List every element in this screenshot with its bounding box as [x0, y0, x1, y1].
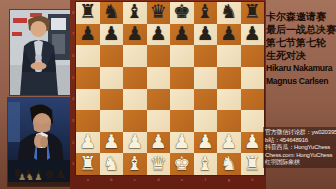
- square-b2: ♟: [100, 132, 124, 154]
- black-knight: ♞: [103, 2, 120, 21]
- square-b8: ♞: [100, 2, 124, 24]
- square-b3: [100, 110, 124, 132]
- event-subtitle-line: 生死对决: [266, 49, 336, 62]
- square-f2: ♟: [194, 132, 218, 154]
- square-c5: [123, 67, 147, 89]
- file-label-d: d: [147, 176, 171, 183]
- square-f3: [194, 110, 218, 132]
- black-pawn: ♟: [220, 24, 237, 43]
- event-title-line: 卡尔森邀请赛: [266, 10, 336, 23]
- square-b4: [100, 89, 124, 111]
- square-a7: ♟: [76, 24, 100, 46]
- square-e7: ♟: [170, 24, 194, 46]
- square-c1: ♝: [123, 153, 147, 175]
- black-knight: ♞: [220, 2, 237, 21]
- white-rook: ♜: [244, 154, 261, 173]
- square-g8: ♞: [217, 2, 241, 24]
- white-pawn: ♟: [150, 132, 167, 151]
- square-g6: [217, 45, 241, 67]
- black-pawn: ♟: [244, 24, 261, 43]
- square-h3: [241, 110, 265, 132]
- square-d6: [147, 45, 171, 67]
- square-d4: [147, 89, 171, 111]
- square-h4: [241, 89, 265, 111]
- square-b5: [100, 67, 124, 89]
- white-knight: ♞: [103, 154, 120, 173]
- black-pawn: ♟: [79, 24, 96, 43]
- file-labels: abcdefgh: [76, 176, 264, 183]
- square-e8: ♚: [170, 2, 194, 24]
- square-d5: [147, 67, 171, 89]
- square-f7: ♟: [194, 24, 218, 46]
- stream-frame: ♜♟♝♚♟ ♟♞♟ 87654321 ♜♞♝♛♚♝♞♜♟♟♟♟♟♟♟♟♟♟♟♟♟…: [0, 0, 336, 189]
- file-label-a: a: [76, 176, 100, 183]
- svg-text:♟♞♟: ♟♞♟: [18, 172, 42, 182]
- channel-info-panel: 官方微信讨论群：yw020395 b站：454648916 抖音西瓜：HongY…: [263, 127, 336, 168]
- black-pawn: ♟: [197, 24, 214, 43]
- square-a6: [76, 45, 100, 67]
- square-d8: ♛: [147, 2, 171, 24]
- white-pawn: ♟: [220, 132, 237, 151]
- square-h5: [241, 67, 265, 89]
- square-e1: ♚: [170, 153, 194, 175]
- square-h2: ♟: [241, 132, 265, 154]
- square-b1: ♞: [100, 153, 124, 175]
- white-knight: ♞: [220, 154, 237, 173]
- wechat-group-line: 官方微信讨论群：yw020395: [263, 129, 336, 137]
- square-c2: ♟: [123, 132, 147, 154]
- square-e4: [170, 89, 194, 111]
- white-pawn: ♟: [244, 132, 261, 151]
- square-e2: ♟: [170, 132, 194, 154]
- black-pawn: ♟: [150, 24, 167, 43]
- douyin-line: 抖音西瓜：HongYuChess: [263, 144, 336, 152]
- square-h6: [241, 45, 265, 67]
- white-pawn: ♟: [197, 132, 214, 151]
- black-pawn: ♟: [103, 24, 120, 43]
- black-pawn: ♟: [126, 24, 143, 43]
- nakamura-photo-illustration: ♜♟♝♚♟ ♟♞♟: [8, 98, 70, 186]
- square-c8: ♝: [123, 2, 147, 24]
- square-h8: ♜: [241, 2, 265, 24]
- square-a1: ♜: [76, 153, 100, 175]
- white-rook: ♜: [79, 154, 96, 173]
- white-bishop: ♝: [197, 154, 214, 173]
- black-pawn: ♟: [173, 24, 190, 43]
- black-king: ♚: [173, 2, 190, 21]
- player-name-nakamura: Hikaru Nakamura: [266, 62, 336, 75]
- square-c4: [123, 89, 147, 111]
- square-e5: [170, 67, 194, 89]
- square-b7: ♟: [100, 24, 124, 46]
- square-h1: ♜: [241, 153, 265, 175]
- white-pawn: ♟: [79, 132, 96, 151]
- square-e6: [170, 45, 194, 67]
- event-stage-line: 最后一战总决赛: [266, 23, 336, 36]
- square-f1: ♝: [194, 153, 218, 175]
- black-bishop: ♝: [197, 2, 214, 21]
- white-pawn: ♟: [173, 132, 190, 151]
- square-f4: [194, 89, 218, 111]
- square-d1: ♛: [147, 153, 171, 175]
- white-pawn: ♟: [126, 132, 143, 151]
- white-king: ♚: [173, 154, 190, 173]
- square-g5: [217, 67, 241, 89]
- square-g1: ♞: [217, 153, 241, 175]
- carlsen-photo-illustration: [10, 10, 70, 95]
- square-g7: ♟: [217, 24, 241, 46]
- square-c7: ♟: [123, 24, 147, 46]
- black-rook: ♜: [79, 2, 96, 21]
- file-label-c: c: [123, 176, 147, 183]
- player-name-carlsen: Magnus Carlsen: [266, 75, 336, 88]
- square-d7: ♟: [147, 24, 171, 46]
- event-panel: 卡尔森邀请赛 最后一战总决赛 第七节第七轮 生死对决 Hikaru Nakamu…: [266, 10, 336, 122]
- photo-hikaru-nakamura: ♜♟♝♚♟ ♟♞♟: [8, 98, 70, 186]
- channel-name-line: 红羽国际象棋: [263, 159, 336, 167]
- file-label-e: e: [170, 176, 194, 183]
- square-g2: ♟: [217, 132, 241, 154]
- board-squares: ♜♞♝♛♚♝♞♜♟♟♟♟♟♟♟♟♟♟♟♟♟♟♟♟♜♞♝♛♚♝♞♜: [76, 2, 264, 175]
- file-label-g: g: [217, 176, 241, 183]
- square-g3: [217, 110, 241, 132]
- square-c3: [123, 110, 147, 132]
- square-a3: [76, 110, 100, 132]
- square-c6: [123, 45, 147, 67]
- file-label-h: h: [241, 176, 265, 183]
- black-queen: ♛: [150, 2, 167, 21]
- square-f5: [194, 67, 218, 89]
- file-label-b: b: [100, 176, 124, 183]
- square-e3: [170, 110, 194, 132]
- square-a8: ♜: [76, 2, 100, 24]
- square-h7: ♟: [241, 24, 265, 46]
- black-bishop: ♝: [126, 2, 143, 21]
- square-a2: ♟: [76, 132, 100, 154]
- white-pawn: ♟: [103, 132, 120, 151]
- square-d2: ♟: [147, 132, 171, 154]
- file-label-f: f: [194, 176, 218, 183]
- square-a5: [76, 67, 100, 89]
- square-g4: [217, 89, 241, 111]
- square-f6: [194, 45, 218, 67]
- square-b6: [100, 45, 124, 67]
- black-rook: ♜: [244, 2, 261, 21]
- square-f8: ♝: [194, 2, 218, 24]
- square-d3: [147, 110, 171, 132]
- white-bishop: ♝: [126, 154, 143, 173]
- chess-board: 87654321 ♜♞♝♛♚♝♞♜♟♟♟♟♟♟♟♟♟♟♟♟♟♟♟♟♜♞♝♛♚♝♞…: [70, 0, 266, 189]
- event-round-line: 第七节第七轮: [266, 36, 336, 49]
- photo-magnus-carlsen: [10, 10, 70, 95]
- white-queen: ♛: [150, 154, 167, 173]
- square-a4: [76, 89, 100, 111]
